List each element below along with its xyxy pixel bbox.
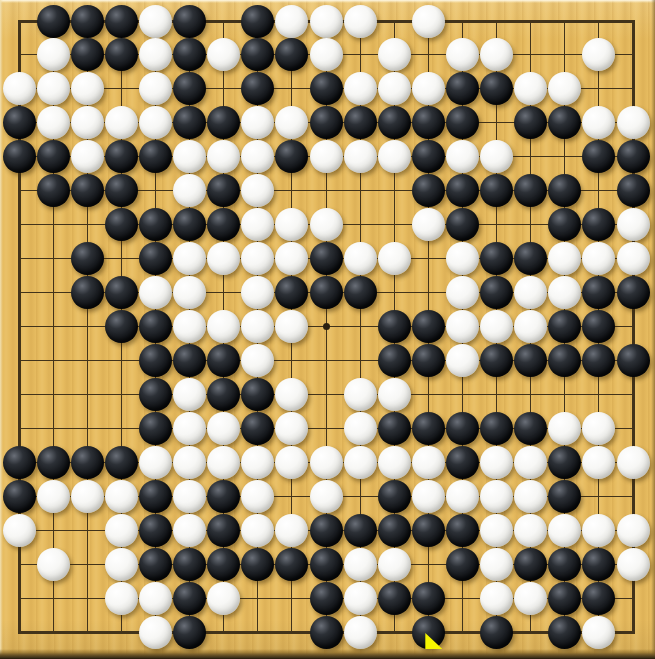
black-stone[interactable] (378, 582, 411, 615)
black-stone[interactable] (173, 616, 206, 649)
go-board[interactable] (0, 0, 655, 659)
white-stone[interactable] (446, 140, 479, 173)
black-stone[interactable] (37, 140, 70, 173)
white-stone[interactable] (344, 72, 377, 105)
black-stone[interactable] (548, 174, 581, 207)
black-stone[interactable] (412, 514, 445, 547)
white-stone[interactable] (275, 412, 308, 445)
white-stone[interactable] (241, 310, 274, 343)
black-stone[interactable] (105, 208, 138, 241)
black-stone[interactable] (105, 5, 138, 38)
white-stone[interactable] (241, 276, 274, 309)
black-stone[interactable] (378, 344, 411, 377)
black-stone[interactable] (241, 378, 274, 411)
white-stone[interactable] (71, 106, 104, 139)
black-stone[interactable] (105, 174, 138, 207)
white-stone[interactable] (344, 412, 377, 445)
white-stone[interactable] (139, 446, 172, 479)
white-stone[interactable] (241, 344, 274, 377)
black-stone[interactable] (582, 344, 615, 377)
white-stone[interactable] (173, 242, 206, 275)
black-stone[interactable] (139, 242, 172, 275)
white-stone[interactable] (582, 242, 615, 275)
white-stone[interactable] (37, 480, 70, 513)
white-stone[interactable] (378, 38, 411, 71)
black-stone[interactable] (241, 5, 274, 38)
white-stone[interactable] (139, 582, 172, 615)
white-stone[interactable] (310, 140, 343, 173)
white-stone[interactable] (548, 276, 581, 309)
white-stone[interactable] (275, 310, 308, 343)
black-stone[interactable] (412, 310, 445, 343)
black-stone[interactable] (412, 174, 445, 207)
white-stone[interactable] (173, 514, 206, 547)
grid-line-horizontal (18, 394, 635, 395)
white-stone[interactable] (446, 344, 479, 377)
white-stone[interactable] (173, 174, 206, 207)
white-stone[interactable] (548, 242, 581, 275)
white-stone[interactable] (173, 310, 206, 343)
white-stone[interactable] (173, 412, 206, 445)
white-stone[interactable] (139, 616, 172, 649)
black-stone[interactable] (207, 208, 240, 241)
white-stone[interactable] (310, 5, 343, 38)
black-stone[interactable] (207, 378, 240, 411)
white-stone[interactable] (275, 5, 308, 38)
white-stone[interactable] (617, 208, 650, 241)
black-stone[interactable] (310, 548, 343, 581)
white-stone[interactable] (378, 548, 411, 581)
black-stone[interactable] (275, 276, 308, 309)
black-stone[interactable] (344, 276, 377, 309)
black-stone[interactable] (139, 480, 172, 513)
black-stone[interactable] (173, 106, 206, 139)
black-stone[interactable] (617, 140, 650, 173)
black-stone[interactable] (480, 616, 513, 649)
white-stone[interactable] (582, 412, 615, 445)
white-stone[interactable] (548, 514, 581, 547)
black-stone[interactable] (514, 548, 547, 581)
black-stone[interactable] (37, 5, 70, 38)
black-stone[interactable] (207, 480, 240, 513)
black-stone[interactable] (480, 276, 513, 309)
black-stone[interactable] (548, 208, 581, 241)
white-stone[interactable] (37, 548, 70, 581)
white-stone[interactable] (241, 242, 274, 275)
white-stone[interactable] (344, 616, 377, 649)
white-stone[interactable] (310, 480, 343, 513)
black-stone[interactable] (241, 548, 274, 581)
black-stone[interactable] (514, 344, 547, 377)
white-stone[interactable] (139, 72, 172, 105)
white-stone[interactable] (173, 276, 206, 309)
white-stone[interactable] (139, 5, 172, 38)
white-stone[interactable] (582, 106, 615, 139)
white-stone[interactable] (275, 208, 308, 241)
white-stone[interactable] (241, 140, 274, 173)
black-stone[interactable] (71, 174, 104, 207)
board-bevel-left (0, 0, 3, 659)
white-stone[interactable] (582, 616, 615, 649)
black-stone[interactable] (446, 106, 479, 139)
black-stone[interactable] (548, 310, 581, 343)
white-stone[interactable] (378, 378, 411, 411)
black-stone[interactable] (71, 276, 104, 309)
black-stone[interactable] (71, 5, 104, 38)
black-stone[interactable] (582, 276, 615, 309)
black-stone[interactable] (105, 276, 138, 309)
white-stone[interactable] (207, 412, 240, 445)
black-stone[interactable] (207, 344, 240, 377)
black-stone[interactable] (310, 514, 343, 547)
black-stone[interactable] (548, 480, 581, 513)
black-stone[interactable] (275, 140, 308, 173)
white-stone[interactable] (310, 38, 343, 71)
black-stone[interactable] (378, 480, 411, 513)
white-stone[interactable] (514, 310, 547, 343)
white-stone[interactable] (344, 242, 377, 275)
black-stone[interactable] (139, 378, 172, 411)
white-stone[interactable] (3, 514, 36, 547)
black-stone[interactable] (310, 106, 343, 139)
black-stone[interactable] (139, 412, 172, 445)
black-stone[interactable] (139, 310, 172, 343)
white-stone[interactable] (207, 446, 240, 479)
white-stone[interactable] (173, 378, 206, 411)
black-stone[interactable] (582, 310, 615, 343)
black-stone[interactable] (173, 38, 206, 71)
black-stone[interactable] (207, 174, 240, 207)
white-stone[interactable] (344, 582, 377, 615)
white-stone[interactable] (617, 446, 650, 479)
white-stone[interactable] (344, 446, 377, 479)
black-stone[interactable] (446, 446, 479, 479)
black-stone[interactable] (412, 140, 445, 173)
black-stone[interactable] (514, 174, 547, 207)
white-stone[interactable] (514, 514, 547, 547)
white-stone[interactable] (275, 106, 308, 139)
white-stone[interactable] (207, 38, 240, 71)
black-stone[interactable] (480, 412, 513, 445)
white-stone[interactable] (344, 5, 377, 38)
white-stone[interactable] (480, 446, 513, 479)
black-stone[interactable] (71, 446, 104, 479)
white-stone[interactable] (207, 140, 240, 173)
black-stone[interactable] (3, 446, 36, 479)
black-stone[interactable] (446, 514, 479, 547)
white-stone[interactable] (617, 514, 650, 547)
black-stone[interactable] (378, 412, 411, 445)
white-stone[interactable] (275, 446, 308, 479)
white-stone[interactable] (582, 38, 615, 71)
black-stone[interactable] (548, 106, 581, 139)
black-stone[interactable] (582, 582, 615, 615)
black-stone[interactable] (139, 208, 172, 241)
white-stone[interactable] (344, 378, 377, 411)
black-stone[interactable] (310, 242, 343, 275)
white-stone[interactable] (105, 582, 138, 615)
white-stone[interactable] (241, 480, 274, 513)
white-stone[interactable] (173, 140, 206, 173)
white-stone[interactable] (617, 106, 650, 139)
black-stone[interactable] (446, 548, 479, 581)
white-stone[interactable] (71, 480, 104, 513)
black-stone[interactable] (241, 38, 274, 71)
black-stone[interactable] (446, 72, 479, 105)
black-stone[interactable] (275, 38, 308, 71)
black-stone[interactable] (378, 106, 411, 139)
black-stone[interactable] (617, 344, 650, 377)
black-stone[interactable] (139, 140, 172, 173)
black-stone[interactable] (139, 514, 172, 547)
black-stone[interactable] (173, 72, 206, 105)
black-stone[interactable] (480, 344, 513, 377)
black-stone[interactable] (310, 616, 343, 649)
black-stone[interactable] (105, 38, 138, 71)
black-stone[interactable] (582, 548, 615, 581)
white-stone[interactable] (3, 72, 36, 105)
black-stone[interactable] (548, 616, 581, 649)
white-stone[interactable] (480, 38, 513, 71)
black-stone[interactable] (446, 412, 479, 445)
white-stone[interactable] (207, 310, 240, 343)
white-stone[interactable] (139, 106, 172, 139)
white-stone[interactable] (275, 242, 308, 275)
black-stone[interactable] (207, 106, 240, 139)
black-stone[interactable] (378, 514, 411, 547)
white-stone[interactable] (378, 72, 411, 105)
black-stone[interactable] (105, 446, 138, 479)
white-stone[interactable] (139, 276, 172, 309)
white-stone[interactable] (480, 140, 513, 173)
white-stone[interactable] (37, 38, 70, 71)
white-stone[interactable] (514, 480, 547, 513)
white-stone[interactable] (241, 106, 274, 139)
white-stone[interactable] (480, 310, 513, 343)
black-stone[interactable] (139, 548, 172, 581)
black-stone[interactable] (480, 72, 513, 105)
white-stone[interactable] (344, 548, 377, 581)
white-stone[interactable] (105, 548, 138, 581)
black-stone[interactable] (412, 344, 445, 377)
black-stone[interactable] (173, 5, 206, 38)
black-stone[interactable] (3, 480, 36, 513)
white-stone[interactable] (412, 208, 445, 241)
black-stone[interactable] (412, 582, 445, 615)
black-stone[interactable] (582, 208, 615, 241)
white-stone[interactable] (139, 38, 172, 71)
white-stone[interactable] (617, 548, 650, 581)
white-stone[interactable] (173, 446, 206, 479)
black-stone[interactable] (310, 72, 343, 105)
white-stone[interactable] (412, 5, 445, 38)
black-stone[interactable] (3, 140, 36, 173)
white-stone[interactable] (548, 412, 581, 445)
black-stone[interactable] (344, 106, 377, 139)
white-stone[interactable] (241, 174, 274, 207)
black-stone[interactable] (241, 72, 274, 105)
black-stone[interactable] (412, 106, 445, 139)
white-stone[interactable] (275, 378, 308, 411)
white-stone[interactable] (71, 72, 104, 105)
white-stone[interactable] (241, 446, 274, 479)
black-stone[interactable] (207, 548, 240, 581)
white-stone[interactable] (241, 514, 274, 547)
black-stone[interactable] (480, 174, 513, 207)
black-stone[interactable] (617, 276, 650, 309)
white-stone[interactable] (241, 208, 274, 241)
black-stone[interactable] (514, 242, 547, 275)
white-stone[interactable] (71, 140, 104, 173)
black-stone[interactable] (105, 310, 138, 343)
white-stone[interactable] (446, 310, 479, 343)
black-stone[interactable] (344, 514, 377, 547)
board-bevel-right (651, 0, 655, 659)
white-stone[interactable] (105, 106, 138, 139)
white-stone[interactable] (412, 446, 445, 479)
white-stone[interactable] (275, 514, 308, 547)
black-stone[interactable] (378, 310, 411, 343)
black-stone[interactable] (105, 140, 138, 173)
black-stone[interactable] (548, 446, 581, 479)
white-stone[interactable] (446, 242, 479, 275)
white-stone[interactable] (173, 480, 206, 513)
white-stone[interactable] (446, 276, 479, 309)
star-point (323, 323, 330, 330)
white-stone[interactable] (105, 514, 138, 547)
white-stone[interactable] (378, 242, 411, 275)
black-stone[interactable] (275, 548, 308, 581)
white-stone[interactable] (207, 582, 240, 615)
board-bevel-top (0, 0, 655, 3)
white-stone[interactable] (582, 446, 615, 479)
black-stone[interactable] (37, 174, 70, 207)
black-stone[interactable] (446, 174, 479, 207)
white-stone[interactable] (37, 106, 70, 139)
black-stone[interactable] (207, 514, 240, 547)
white-stone[interactable] (514, 582, 547, 615)
black-stone[interactable] (3, 106, 36, 139)
white-stone[interactable] (582, 514, 615, 547)
white-stone[interactable] (548, 72, 581, 105)
black-stone[interactable] (71, 242, 104, 275)
white-stone[interactable] (412, 480, 445, 513)
white-stone[interactable] (480, 480, 513, 513)
white-stone[interactable] (344, 140, 377, 173)
white-stone[interactable] (480, 548, 513, 581)
white-stone[interactable] (480, 514, 513, 547)
black-stone[interactable] (548, 344, 581, 377)
black-stone[interactable] (173, 208, 206, 241)
white-stone[interactable] (37, 72, 70, 105)
black-stone[interactable] (310, 276, 343, 309)
black-stone[interactable] (548, 582, 581, 615)
white-stone[interactable] (446, 38, 479, 71)
white-stone[interactable] (310, 446, 343, 479)
black-stone[interactable] (173, 344, 206, 377)
white-stone[interactable] (514, 276, 547, 309)
black-stone[interactable] (71, 38, 104, 71)
black-stone[interactable] (139, 344, 172, 377)
black-stone[interactable] (310, 582, 343, 615)
white-stone[interactable] (514, 72, 547, 105)
board-side-edge (0, 649, 655, 659)
white-stone[interactable] (207, 242, 240, 275)
white-stone[interactable] (378, 446, 411, 479)
black-stone[interactable] (514, 412, 547, 445)
black-stone[interactable] (173, 582, 206, 615)
white-stone[interactable] (310, 208, 343, 241)
black-stone[interactable] (480, 242, 513, 275)
black-stone[interactable] (582, 140, 615, 173)
black-stone[interactable] (412, 412, 445, 445)
white-stone[interactable] (617, 242, 650, 275)
white-stone[interactable] (105, 480, 138, 513)
black-stone[interactable] (37, 446, 70, 479)
white-stone[interactable] (378, 140, 411, 173)
black-stone[interactable] (617, 174, 650, 207)
white-stone[interactable] (514, 446, 547, 479)
black-stone[interactable] (514, 106, 547, 139)
white-stone[interactable] (480, 582, 513, 615)
black-stone[interactable] (173, 548, 206, 581)
white-stone[interactable] (446, 480, 479, 513)
black-stone[interactable] (241, 412, 274, 445)
white-stone[interactable] (412, 72, 445, 105)
black-stone[interactable] (548, 548, 581, 581)
black-stone[interactable] (446, 208, 479, 241)
